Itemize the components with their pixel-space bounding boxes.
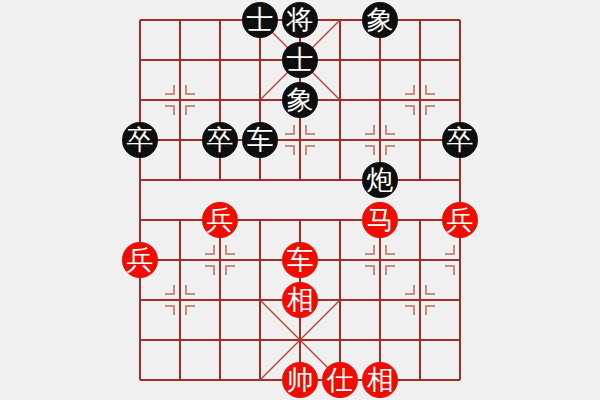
piece-red-general[interactable]: 帅 xyxy=(282,362,318,398)
piece-black-chariot[interactable]: 车 xyxy=(242,122,278,158)
piece-black-cannon[interactable]: 炮 xyxy=(362,162,398,198)
piece-red-advisor[interactable]: 仕 xyxy=(322,362,358,398)
piece-red-soldier[interactable]: 兵 xyxy=(122,242,158,278)
piece-red-elephant[interactable]: 相 xyxy=(362,362,398,398)
piece-red-soldier[interactable]: 兵 xyxy=(202,202,238,238)
piece-black-elephant[interactable]: 象 xyxy=(362,2,398,38)
piece-red-horse[interactable]: 马 xyxy=(362,202,398,238)
piece-black-advisor[interactable]: 士 xyxy=(242,2,278,38)
piece-black-soldier[interactable]: 卒 xyxy=(202,122,238,158)
piece-red-elephant[interactable]: 相 xyxy=(282,282,318,318)
piece-black-soldier[interactable]: 卒 xyxy=(122,122,158,158)
piece-red-chariot[interactable]: 车 xyxy=(282,242,318,278)
piece-black-elephant[interactable]: 象 xyxy=(282,82,318,118)
pieces-layer: 士将象士象卒卒车卒炮兵马兵兵车相帅仕相 xyxy=(120,0,480,400)
piece-black-soldier[interactable]: 卒 xyxy=(442,122,478,158)
xiangqi-board: 士将象士象卒卒车卒炮兵马兵兵车相帅仕相 xyxy=(0,0,600,400)
piece-black-advisor[interactable]: 士 xyxy=(282,42,318,78)
piece-black-general[interactable]: 将 xyxy=(282,2,318,38)
piece-red-soldier[interactable]: 兵 xyxy=(442,202,478,238)
